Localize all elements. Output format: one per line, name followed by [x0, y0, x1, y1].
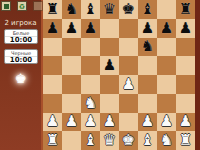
white-knight[interactable]: ♞ — [84, 96, 97, 111]
square-d3[interactable] — [100, 94, 119, 113]
players-count-label: 2 игрока — [0, 19, 41, 27]
square-h4[interactable] — [176, 75, 195, 94]
white-pawn[interactable]: ♟ — [103, 114, 116, 129]
square-h3[interactable] — [176, 94, 195, 113]
square-e8[interactable]: ♚ — [119, 0, 138, 19]
white-bishop[interactable]: ♝ — [141, 133, 154, 148]
white-queen[interactable]: ♛ — [103, 133, 116, 148]
green-square-icon — [4, 4, 9, 9]
white-bishop[interactable]: ♝ — [84, 133, 97, 148]
square-f2[interactable]: ♟ — [138, 113, 157, 132]
black-king[interactable]: ♚ — [122, 2, 135, 17]
black-rook[interactable]: ♜ — [179, 2, 192, 17]
white-clock-time: 10:00 — [5, 37, 37, 44]
square-c5[interactable] — [81, 56, 100, 75]
square-e6[interactable] — [119, 38, 138, 57]
black-clock: Черные 10:00 — [4, 49, 38, 64]
square-f4[interactable] — [138, 75, 157, 94]
square-g5[interactable] — [157, 56, 176, 75]
square-a4[interactable] — [43, 75, 62, 94]
square-f1[interactable]: ♝ — [138, 131, 157, 150]
white-pawn[interactable]: ♟ — [141, 114, 154, 129]
square-c4[interactable] — [81, 75, 100, 94]
square-a5[interactable] — [43, 56, 62, 75]
square-e7[interactable] — [119, 19, 138, 38]
square-h7[interactable]: ♟ — [176, 19, 195, 38]
window-right-edge — [195, 0, 200, 150]
square-h2[interactable]: ♟ — [176, 113, 195, 132]
square-d2[interactable]: ♟ — [100, 113, 119, 132]
square-h1[interactable]: ♜ — [176, 131, 195, 150]
black-rook[interactable]: ♜ — [46, 2, 59, 17]
square-b1[interactable] — [62, 131, 81, 150]
chess-board: ♜♞♝♛♚♝♜♟♟♟♟♟♟♞♟♟♞♟♟♟♟♟♟♟♜♝♛♚♝♞♜ — [43, 0, 195, 150]
square-a3[interactable] — [43, 94, 62, 113]
white-rook[interactable]: ♜ — [179, 133, 192, 148]
black-pawn[interactable]: ♟ — [84, 21, 97, 36]
square-c1[interactable]: ♝ — [81, 131, 100, 150]
square-g2[interactable]: ♟ — [157, 113, 176, 132]
square-g4[interactable] — [157, 75, 176, 94]
white-knight[interactable]: ♞ — [160, 133, 173, 148]
square-f7[interactable]: ♟ — [138, 19, 157, 38]
white-pawn[interactable]: ♟ — [46, 114, 59, 129]
square-d4[interactable] — [100, 75, 119, 94]
sidebar: ♻ 2 игрока Белые 10:00 Черные 10:00 ♚ — [0, 0, 43, 150]
blank-button[interactable] — [33, 1, 43, 11]
app-window: ♻ 2 игрока Белые 10:00 Черные 10:00 ♚ ♜♞… — [0, 0, 200, 150]
black-pawn[interactable]: ♟ — [141, 21, 154, 36]
refresh-icon: ♻ — [19, 3, 25, 10]
black-knight[interactable]: ♞ — [65, 2, 78, 17]
board-button[interactable] — [1, 1, 11, 11]
square-e4[interactable]: ♟ — [119, 75, 138, 94]
square-c7[interactable]: ♟ — [81, 19, 100, 38]
square-c6[interactable] — [81, 38, 100, 57]
square-d8[interactable]: ♛ — [100, 0, 119, 19]
square-a7[interactable]: ♟ — [43, 19, 62, 38]
square-a6[interactable] — [43, 38, 62, 57]
square-e2[interactable] — [119, 113, 138, 132]
black-bishop[interactable]: ♝ — [141, 2, 154, 17]
square-f8[interactable]: ♝ — [138, 0, 157, 19]
white-pawn[interactable]: ♟ — [65, 114, 78, 129]
black-pawn[interactable]: ♟ — [103, 58, 116, 73]
square-d6[interactable] — [100, 38, 119, 57]
square-b2[interactable]: ♟ — [62, 113, 81, 132]
square-d7[interactable] — [100, 19, 119, 38]
square-b8[interactable]: ♞ — [62, 0, 81, 19]
black-pawn[interactable]: ♟ — [160, 21, 173, 36]
square-g3[interactable] — [157, 94, 176, 113]
square-f5[interactable] — [138, 56, 157, 75]
square-h6[interactable] — [176, 38, 195, 57]
square-h5[interactable] — [176, 56, 195, 75]
black-pawn[interactable]: ♟ — [179, 21, 192, 36]
black-bishop[interactable]: ♝ — [84, 2, 97, 17]
black-pawn[interactable]: ♟ — [65, 21, 78, 36]
black-queen[interactable]: ♛ — [103, 2, 116, 17]
square-c8[interactable]: ♝ — [81, 0, 100, 19]
square-a2[interactable]: ♟ — [43, 113, 62, 132]
white-rook[interactable]: ♜ — [46, 133, 59, 148]
square-e1[interactable]: ♚ — [119, 131, 138, 150]
white-pawn[interactable]: ♟ — [179, 114, 192, 129]
glowing-king-icon: ♚ — [0, 72, 41, 86]
square-a8[interactable]: ♜ — [43, 0, 62, 19]
square-e3[interactable] — [119, 94, 138, 113]
square-e5[interactable] — [119, 56, 138, 75]
white-pawn[interactable]: ♟ — [160, 114, 173, 129]
square-h8[interactable]: ♜ — [176, 0, 195, 19]
square-f3[interactable] — [138, 94, 157, 113]
square-a1[interactable]: ♜ — [43, 131, 62, 150]
square-d5[interactable]: ♟ — [100, 56, 119, 75]
square-b7[interactable]: ♟ — [62, 19, 81, 38]
square-g8[interactable] — [157, 0, 176, 19]
white-pawn[interactable]: ♟ — [122, 77, 135, 92]
white-clock: Белые 10:00 — [4, 29, 38, 44]
white-pawn[interactable]: ♟ — [84, 114, 97, 129]
square-d1[interactable]: ♛ — [100, 131, 119, 150]
square-b6[interactable] — [62, 38, 81, 57]
white-king[interactable]: ♚ — [122, 133, 135, 148]
square-b5[interactable] — [62, 56, 81, 75]
square-c2[interactable]: ♟ — [81, 113, 100, 132]
refresh-button[interactable]: ♻ — [17, 1, 27, 11]
black-pawn[interactable]: ♟ — [46, 21, 59, 36]
square-f6[interactable]: ♞ — [138, 38, 157, 57]
toolbar: ♻ — [1, 1, 43, 11]
square-b3[interactable] — [62, 94, 81, 113]
black-clock-time: 10:00 — [5, 57, 37, 64]
square-g6[interactable] — [157, 38, 176, 57]
square-g7[interactable]: ♟ — [157, 19, 176, 38]
square-c3[interactable]: ♞ — [81, 94, 100, 113]
square-g1[interactable]: ♞ — [157, 131, 176, 150]
black-knight[interactable]: ♞ — [141, 39, 154, 54]
square-b4[interactable] — [62, 75, 81, 94]
